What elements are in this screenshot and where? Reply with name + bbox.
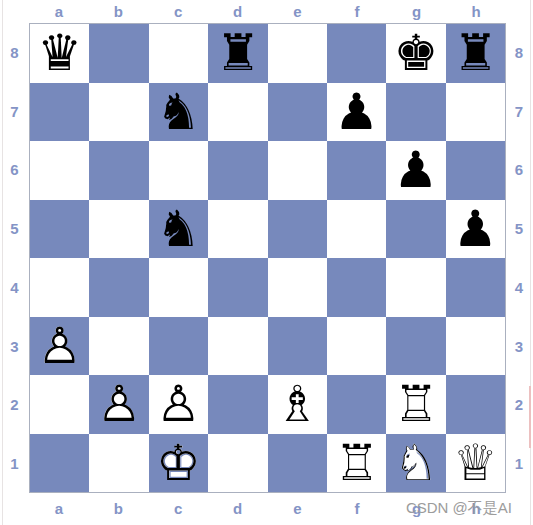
square-c5[interactable]: ♞ bbox=[149, 200, 208, 259]
square-b4[interactable] bbox=[89, 258, 148, 317]
square-e6[interactable] bbox=[268, 141, 327, 200]
piece-white-rook: ♜♖ bbox=[327, 434, 386, 493]
piece-white-queen: ♛♕ bbox=[446, 434, 505, 493]
rank-label-7-left: 7 bbox=[0, 82, 29, 141]
piece-black-knight: ♞ bbox=[149, 83, 208, 142]
square-h7[interactable] bbox=[446, 83, 505, 142]
piece-black-pawn: ♟ bbox=[327, 83, 386, 142]
piece-black-rook: ♜ bbox=[208, 24, 267, 83]
square-e3[interactable] bbox=[268, 317, 327, 376]
square-c4[interactable] bbox=[149, 258, 208, 317]
file-label-b-bottom: b bbox=[89, 492, 149, 525]
piece-white-outline-glyph: ♘ bbox=[394, 438, 439, 488]
square-c8[interactable] bbox=[149, 24, 208, 83]
square-d1[interactable] bbox=[208, 434, 267, 493]
square-h2[interactable] bbox=[446, 375, 505, 434]
file-label-e-bottom: e bbox=[268, 492, 328, 525]
rank-label-1-left: 1 bbox=[0, 434, 29, 493]
square-g5[interactable] bbox=[386, 200, 445, 259]
file-label-a-bottom: a bbox=[29, 492, 89, 525]
rank-labels-left: 87654321 bbox=[0, 23, 29, 493]
square-f3[interactable] bbox=[327, 317, 386, 376]
file-label-e-top: e bbox=[268, 0, 328, 23]
square-g6[interactable]: ♟ bbox=[386, 141, 445, 200]
piece-white-pawn: ♟♙ bbox=[149, 375, 208, 434]
piece-white-outline-glyph: ♔ bbox=[156, 438, 201, 488]
square-a6[interactable] bbox=[30, 141, 89, 200]
file-label-a-top: a bbox=[29, 0, 89, 23]
square-b2[interactable]: ♟♙ bbox=[89, 375, 148, 434]
file-label-h-top: h bbox=[446, 0, 506, 23]
piece-black-pawn: ♟ bbox=[386, 141, 445, 200]
rank-label-4-left: 4 bbox=[0, 258, 29, 317]
piece-white-outline-glyph: ♖ bbox=[394, 379, 439, 429]
piece-white-outline-glyph: ♕ bbox=[453, 438, 498, 488]
rank-label-8-left: 8 bbox=[0, 23, 29, 82]
square-e4[interactable] bbox=[268, 258, 327, 317]
square-g2[interactable]: ♜♖ bbox=[386, 375, 445, 434]
chess-diagram: abcdefgh 87654321 87654321 abcdefgh ♛♜♚♜… bbox=[0, 0, 533, 525]
piece-black-king: ♚ bbox=[386, 24, 445, 83]
square-e8[interactable] bbox=[268, 24, 327, 83]
rank-label-4-right: 4 bbox=[505, 258, 533, 317]
square-d5[interactable] bbox=[208, 200, 267, 259]
piece-white-king: ♚♔ bbox=[149, 434, 208, 493]
chess-board: ♛♜♚♜♞♟♟♞♟♟♙♟♙♟♙♝♗♜♖♚♔♜♖♞♘♛♕ bbox=[29, 23, 506, 493]
square-c1[interactable]: ♚♔ bbox=[149, 434, 208, 493]
square-c2[interactable]: ♟♙ bbox=[149, 375, 208, 434]
square-h8[interactable]: ♜ bbox=[446, 24, 505, 83]
square-d6[interactable] bbox=[208, 141, 267, 200]
square-b6[interactable] bbox=[89, 141, 148, 200]
rank-label-6-right: 6 bbox=[505, 141, 533, 200]
file-labels-top: abcdefgh bbox=[29, 0, 506, 23]
square-g8[interactable]: ♚ bbox=[386, 24, 445, 83]
square-e2[interactable]: ♝♗ bbox=[268, 375, 327, 434]
square-d3[interactable] bbox=[208, 317, 267, 376]
square-b7[interactable] bbox=[89, 83, 148, 142]
square-b3[interactable] bbox=[89, 317, 148, 376]
square-g3[interactable] bbox=[386, 317, 445, 376]
rank-label-8-right: 8 bbox=[505, 23, 533, 82]
square-g7[interactable] bbox=[386, 83, 445, 142]
rank-label-7-right: 7 bbox=[505, 82, 533, 141]
square-d2[interactable] bbox=[208, 375, 267, 434]
square-f2[interactable] bbox=[327, 375, 386, 434]
piece-white-knight: ♞♘ bbox=[386, 434, 445, 493]
square-h5[interactable]: ♟ bbox=[446, 200, 505, 259]
square-h6[interactable] bbox=[446, 141, 505, 200]
piece-white-pawn: ♟♙ bbox=[89, 375, 148, 434]
piece-white-outline-glyph: ♙ bbox=[156, 379, 201, 429]
piece-white-outline-glyph: ♗ bbox=[275, 379, 320, 429]
square-f6[interactable] bbox=[327, 141, 386, 200]
watermark-text: CSDN @不是AI bbox=[406, 499, 512, 518]
square-d8[interactable]: ♜ bbox=[208, 24, 267, 83]
rank-label-1-right: 1 bbox=[505, 434, 533, 493]
piece-black-queen: ♛ bbox=[30, 24, 89, 83]
square-a1[interactable] bbox=[30, 434, 89, 493]
square-f7[interactable]: ♟ bbox=[327, 83, 386, 142]
file-label-f-bottom: f bbox=[327, 492, 387, 525]
square-f5[interactable] bbox=[327, 200, 386, 259]
rank-labels-right: 87654321 bbox=[505, 23, 533, 493]
square-a2[interactable] bbox=[30, 375, 89, 434]
square-d4[interactable] bbox=[208, 258, 267, 317]
piece-black-rook: ♜ bbox=[446, 24, 505, 83]
rank-label-5-left: 5 bbox=[0, 199, 29, 258]
square-d7[interactable] bbox=[208, 83, 267, 142]
square-c6[interactable] bbox=[149, 141, 208, 200]
file-label-c-top: c bbox=[148, 0, 208, 23]
square-g4[interactable] bbox=[386, 258, 445, 317]
file-label-b-top: b bbox=[89, 0, 149, 23]
piece-white-outline-glyph: ♙ bbox=[37, 321, 82, 371]
rank-label-2-left: 2 bbox=[0, 376, 29, 435]
square-b8[interactable] bbox=[89, 24, 148, 83]
square-a7[interactable] bbox=[30, 83, 89, 142]
square-a5[interactable] bbox=[30, 200, 89, 259]
piece-black-pawn: ♟ bbox=[446, 200, 505, 259]
square-a4[interactable] bbox=[30, 258, 89, 317]
square-g1[interactable]: ♞♘ bbox=[386, 434, 445, 493]
square-f8[interactable] bbox=[327, 24, 386, 83]
square-h3[interactable] bbox=[446, 317, 505, 376]
rank-label-2-right: 2 bbox=[505, 376, 533, 435]
square-c3[interactable] bbox=[149, 317, 208, 376]
rank-label-6-left: 6 bbox=[0, 141, 29, 200]
square-c7[interactable]: ♞ bbox=[149, 83, 208, 142]
rank-label-5-right: 5 bbox=[505, 199, 533, 258]
square-b1[interactable] bbox=[89, 434, 148, 493]
square-b5[interactable] bbox=[89, 200, 148, 259]
file-label-g-top: g bbox=[387, 0, 447, 23]
square-e7[interactable] bbox=[268, 83, 327, 142]
square-f4[interactable] bbox=[327, 258, 386, 317]
piece-white-bishop: ♝♗ bbox=[268, 375, 327, 434]
square-a8[interactable]: ♛ bbox=[30, 24, 89, 83]
square-f1[interactable]: ♜♖ bbox=[327, 434, 386, 493]
square-h4[interactable] bbox=[446, 258, 505, 317]
piece-white-pawn: ♟♙ bbox=[30, 317, 89, 376]
square-e1[interactable] bbox=[268, 434, 327, 493]
file-label-d-bottom: d bbox=[208, 492, 268, 525]
rank-label-3-left: 3 bbox=[0, 317, 29, 376]
piece-white-outline-glyph: ♖ bbox=[334, 438, 379, 488]
file-label-f-top: f bbox=[327, 0, 387, 23]
rank-label-3-right: 3 bbox=[505, 317, 533, 376]
file-label-d-top: d bbox=[208, 0, 268, 23]
piece-white-outline-glyph: ♙ bbox=[97, 379, 142, 429]
file-label-c-bottom: c bbox=[148, 492, 208, 525]
piece-black-knight: ♞ bbox=[149, 200, 208, 259]
square-h1[interactable]: ♛♕ bbox=[446, 434, 505, 493]
square-a3[interactable]: ♟♙ bbox=[30, 317, 89, 376]
square-e5[interactable] bbox=[268, 200, 327, 259]
piece-white-rook: ♜♖ bbox=[386, 375, 445, 434]
